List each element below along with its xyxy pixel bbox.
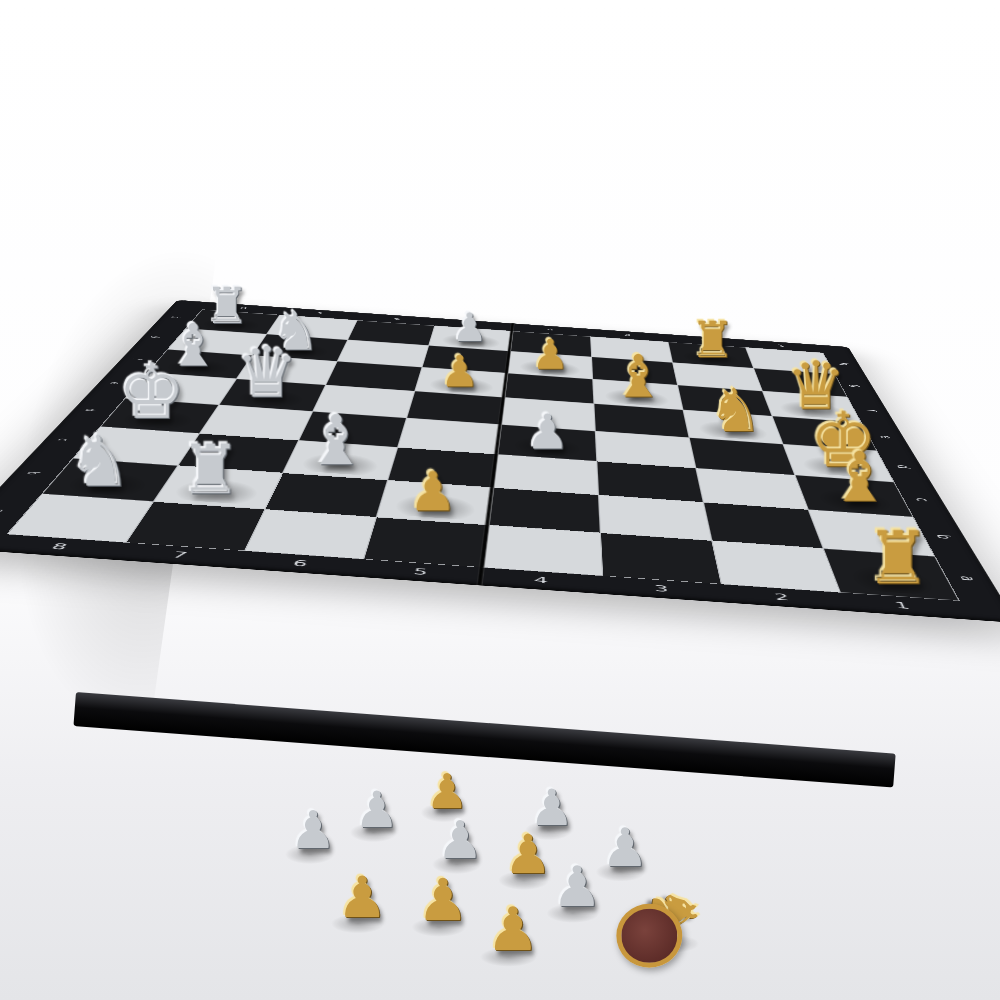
loose-silver-pawn-7[interactable]: ♟	[601, 821, 649, 874]
piece-gold-pawn-f5[interactable]: ♟	[416, 351, 504, 392]
loose-gold-knight-12[interactable]: ♞	[644, 882, 701, 946]
piece-silver-king-d8[interactable]: ♚	[103, 356, 201, 428]
pawn-glyph: ♟	[486, 899, 540, 959]
loose-gold-pawn-3[interactable]: ♟	[425, 767, 468, 815]
loose-silver-pawn-1[interactable]: ♟	[290, 804, 337, 856]
square-f6[interactable]	[326, 362, 422, 392]
piece-silver-bishop-c6[interactable]: ♝	[285, 408, 389, 474]
pawn-glyph: ♟	[425, 767, 468, 815]
square-b3[interactable]	[599, 495, 711, 540]
pawn-glyph: ♟	[504, 828, 552, 882]
piece-silver-pawn-d4[interactable]: ♟	[498, 409, 596, 455]
pawn-glyph: ♟	[417, 871, 469, 929]
loose-silver-pawn-2[interactable]: ♟	[355, 785, 400, 835]
pawn-glyph: ♟	[601, 821, 649, 874]
square-b4[interactable]	[489, 488, 599, 533]
pawn-glyph: ♟	[336, 869, 387, 926]
pawn-glyph: ♟	[437, 814, 484, 866]
square-a1[interactable]: ♜	[824, 549, 959, 601]
loose-gold-pawn-11[interactable]: ♟	[486, 899, 540, 959]
piece-gold-bishop-f3[interactable]: ♝	[594, 349, 682, 405]
piece-gold-pawn-g4[interactable]: ♟	[508, 335, 592, 374]
square-a4[interactable]	[484, 525, 602, 575]
piece-gold-rook-a1[interactable]: ♜	[839, 524, 956, 594]
piece-gold-knight-e2[interactable]: ♞	[689, 382, 782, 439]
loose-silver-pawn-4[interactable]: ♟	[437, 814, 484, 866]
piece-silver-queen-e7[interactable]: ♛	[221, 340, 314, 406]
square-a2[interactable]	[712, 541, 839, 592]
piece-gold-pawn-b5[interactable]: ♟	[378, 467, 488, 519]
square-b2[interactable]	[704, 502, 823, 548]
pawn-glyph: ♟	[290, 804, 337, 856]
piece-gold-rook-h2[interactable]: ♜	[672, 316, 752, 363]
loose-gold-pawn-10[interactable]: ♟	[417, 871, 469, 929]
square-c2[interactable]	[696, 468, 807, 509]
square-a5[interactable]	[365, 517, 488, 567]
piece-gold-bishop-c1[interactable]: ♝	[808, 445, 912, 511]
square-c3[interactable]	[597, 461, 703, 502]
board-front-edge	[73, 692, 895, 788]
square-d2[interactable]	[689, 438, 794, 475]
scene: ♜♟♜♞♟♝♟♝♛♛♞♚♟♚♝♝♞♜♟♜ 87654321 87654321 a…	[0, 0, 1000, 1000]
loose-gold-pawn-6[interactable]: ♟	[504, 828, 552, 882]
loose-silver-pawn-8[interactable]: ♟	[552, 859, 602, 915]
piece-silver-pawn-h5[interactable]: ♟	[430, 309, 510, 347]
piece-silver-rook-b7[interactable]: ♜	[156, 438, 266, 503]
square-a3[interactable]	[601, 533, 721, 584]
square-f5[interactable]: ♟	[416, 367, 507, 397]
pawn-glyph: ♟	[552, 859, 602, 915]
pawn-glyph: ♟	[355, 785, 400, 835]
square-a6[interactable]	[246, 510, 376, 559]
felt-base	[616, 904, 682, 968]
square-f4[interactable]	[505, 373, 593, 403]
piece-silver-knight-b8[interactable]: ♞	[45, 428, 155, 495]
loose-gold-pawn-9[interactable]: ♟	[336, 869, 387, 926]
square-d5[interactable]	[399, 418, 501, 454]
